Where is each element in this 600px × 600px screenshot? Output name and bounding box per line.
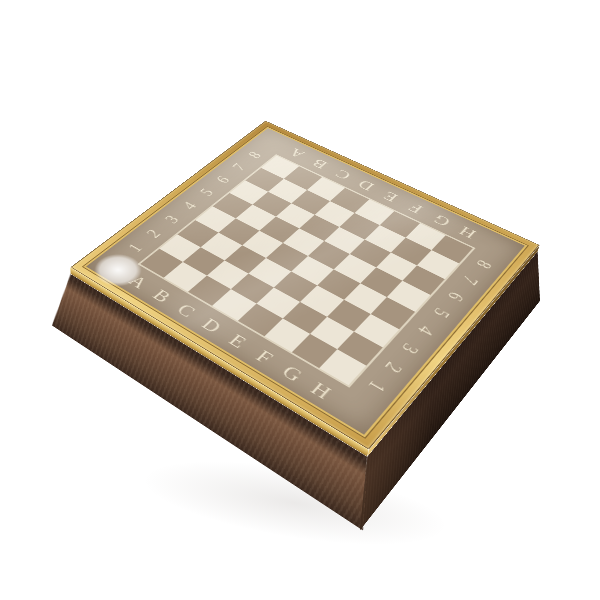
rank-label-right-5: 5	[417, 295, 465, 332]
square-e4[interactable]	[291, 256, 333, 285]
square-h3[interactable]	[355, 314, 400, 347]
square-c2[interactable]	[206, 260, 249, 289]
chess-set-photo: ABCDEFGH ABCDEFGH 87654321 87654321	[0, 0, 600, 600]
square-f4[interactable]	[317, 269, 360, 299]
square-h4[interactable]	[371, 297, 415, 329]
rank-label-right-4: 4	[401, 311, 450, 349]
square-g4[interactable]	[344, 283, 387, 314]
square-f5[interactable]	[334, 254, 376, 283]
square-g3[interactable]	[327, 299, 371, 331]
perspective-scene: ABCDEFGH ABCDEFGH 87654321 87654321	[0, 0, 600, 600]
rank-label-right-3: 3	[385, 329, 435, 368]
square-g5[interactable]	[360, 267, 403, 297]
square-h5[interactable]	[387, 281, 430, 312]
square-d3[interactable]	[249, 258, 291, 287]
square-f3[interactable]	[300, 285, 344, 316]
chess-box: ABCDEFGH ABCDEFGH 87654321 87654321	[70, 121, 539, 450]
